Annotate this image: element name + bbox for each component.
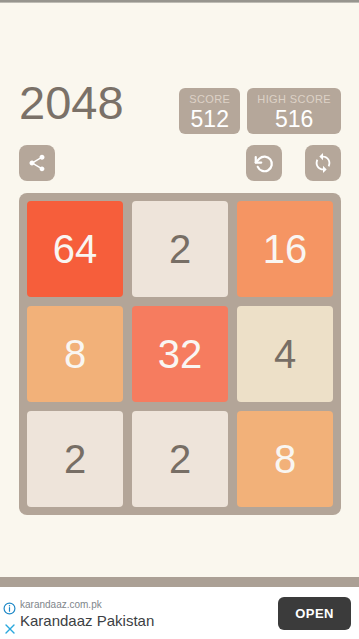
ad-info-icon[interactable]	[3, 601, 16, 619]
game-title: 2048	[19, 76, 124, 130]
ad-close-icon[interactable]	[4, 621, 16, 639]
high-score-value: 516	[257, 106, 331, 133]
ad-banner[interactable]: karandaaz.com.pk Karandaaz Pakistan OPEN	[0, 587, 359, 639]
restart-button[interactable]	[305, 145, 341, 181]
ad-open-button[interactable]: OPEN	[278, 597, 351, 630]
tile-r0c2: 16	[237, 201, 333, 297]
score-value: 512	[189, 106, 230, 133]
undo-icon	[253, 152, 275, 174]
tile-r2c2: 8	[237, 411, 333, 507]
tile-r2c0: 2	[27, 411, 123, 507]
score-label: SCORE	[189, 93, 230, 105]
share-icon	[27, 153, 47, 173]
tile-r1c1: 32	[132, 306, 228, 402]
high-score-label: HIGH SCORE	[257, 93, 331, 105]
screen: 2048 SCORE 512 HIGH SCORE 516	[0, 0, 359, 639]
status-bar	[0, 0, 359, 3]
tile-r1c0: 8	[27, 306, 123, 402]
tile-r2c1: 2	[132, 411, 228, 507]
restart-icon	[312, 152, 334, 174]
ad-divider	[0, 577, 359, 587]
ad-title: Karandaaz Pakistan	[20, 612, 278, 629]
score-panel: SCORE 512 HIGH SCORE 516	[179, 88, 341, 134]
tile-r1c2: 4	[237, 306, 333, 402]
ad-url: karandaaz.com.pk	[20, 599, 278, 610]
ad-icon-column	[0, 601, 20, 639]
tile-r0c1: 2	[132, 201, 228, 297]
tile-r0c0: 64	[27, 201, 123, 297]
ad-text-block[interactable]: karandaaz.com.pk Karandaaz Pakistan	[20, 599, 278, 629]
undo-button[interactable]	[246, 145, 282, 181]
score-badge: SCORE 512	[179, 88, 240, 134]
share-button[interactable]	[19, 145, 55, 181]
high-score-badge: HIGH SCORE 516	[247, 88, 341, 134]
game-board[interactable]: 64 2 16 8 32 4 2 2 8	[19, 193, 341, 515]
